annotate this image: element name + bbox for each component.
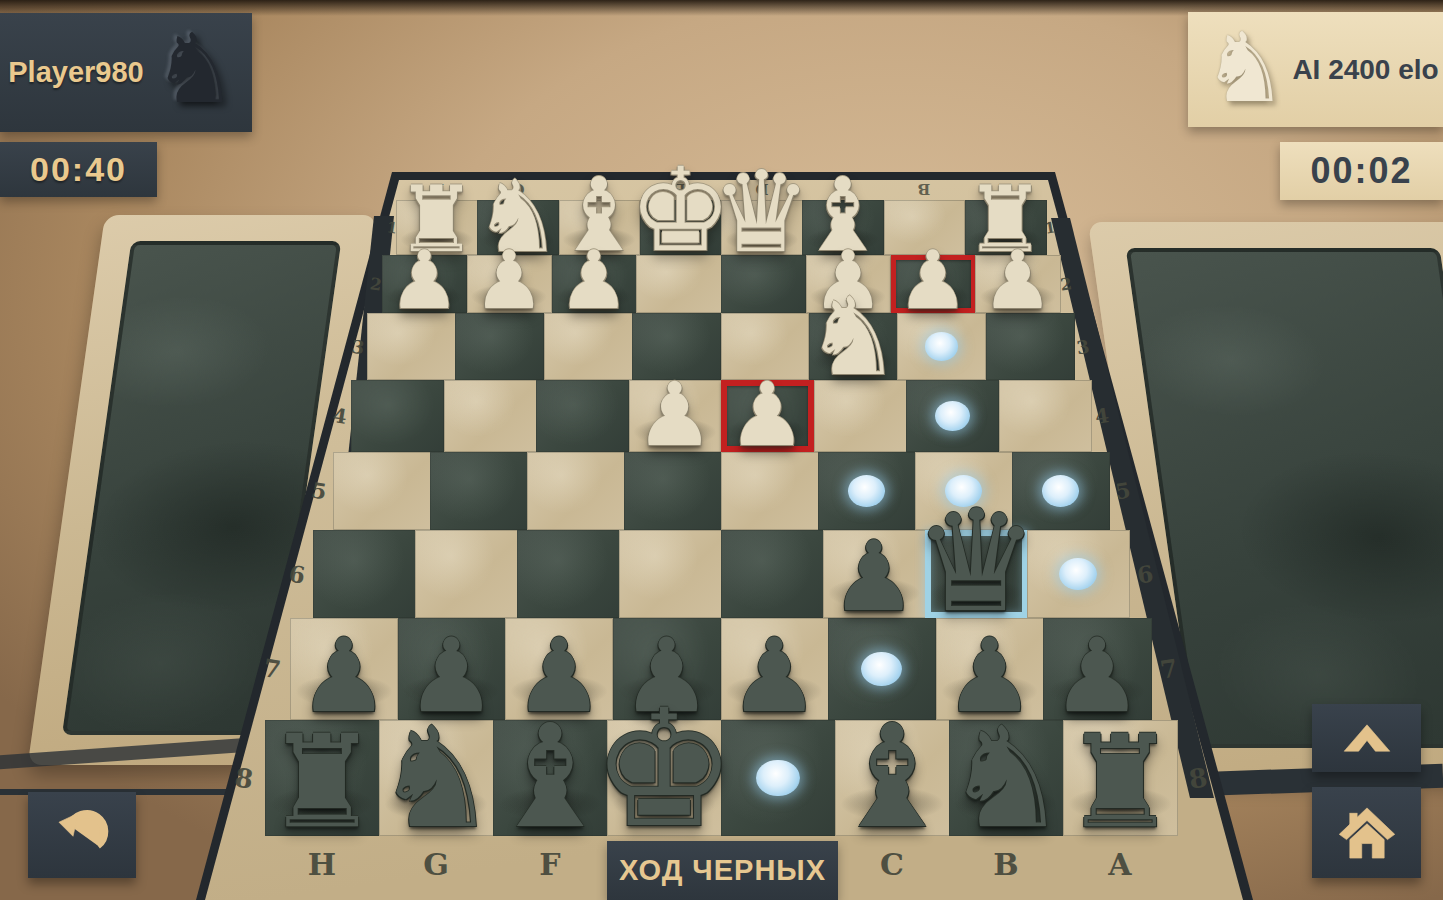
white-pawn-d4[interactable]: ♟ xyxy=(728,372,807,460)
rank-label-right-2: 2 xyxy=(1059,273,1074,295)
square-h5[interactable] xyxy=(333,452,431,530)
rank-label-left-6: 6 xyxy=(287,559,307,588)
rank-label-left-3: 3 xyxy=(350,335,366,358)
legal-move-dot-b4[interactable] xyxy=(935,401,970,431)
rank-label-left-2: 2 xyxy=(368,273,383,295)
undo-button[interactable] xyxy=(28,792,136,878)
rank-label-right-8: 8 xyxy=(1186,761,1209,794)
rank-label-right-6: 6 xyxy=(1135,559,1155,588)
square-g5[interactable] xyxy=(430,452,528,530)
black-knight-icon: ♞ xyxy=(152,21,238,117)
square-f4[interactable] xyxy=(536,380,629,452)
file-label-top-B: B xyxy=(918,180,931,198)
legal-move-dot-a6[interactable] xyxy=(1059,558,1098,591)
player-white-name: AI 2400 elo xyxy=(1288,54,1443,86)
white-pawn-a2[interactable]: ♟ xyxy=(982,240,1054,321)
square-f6[interactable] xyxy=(517,530,620,618)
player-white-panel: ♞ AI 2400 elo xyxy=(1188,12,1443,127)
legal-move-dot-c7[interactable] xyxy=(861,652,902,687)
rank-label-left-7: 7 xyxy=(261,653,282,684)
turn-indicator: ХОД ЧЕРНЫХ xyxy=(607,841,838,900)
black-bishop-c8[interactable]: ♝ xyxy=(828,706,956,849)
game-scene: ♜♞♝♚♛♝♜♟♟♟♟♟♟♞♟♟♟♛♟♟♟♟♟♟♟♜♞♝♚♝♞♜11223344… xyxy=(0,0,1443,900)
rank-label-left-8: 8 xyxy=(233,761,256,794)
square-h6[interactable] xyxy=(313,530,416,618)
square-a4[interactable] xyxy=(999,380,1092,452)
rank-label-right-7: 7 xyxy=(1159,653,1180,684)
black-king-e8[interactable]: ♚ xyxy=(591,689,736,851)
black-pawn-d7[interactable]: ♟ xyxy=(728,625,820,727)
black-knight-g8[interactable]: ♞ xyxy=(374,709,499,848)
rank-label-left-5: 5 xyxy=(310,477,329,504)
legal-move-dot-b3[interactable] xyxy=(925,332,959,361)
chevron-up-icon xyxy=(1337,716,1397,760)
white-pawn-f2[interactable]: ♟ xyxy=(558,240,630,321)
square-h4[interactable] xyxy=(351,380,444,452)
white-knight-icon: ♞ xyxy=(1202,20,1288,116)
square-f5[interactable] xyxy=(527,452,625,530)
undo-arrow-icon xyxy=(50,803,114,867)
player-white-clock: 00:02 xyxy=(1280,142,1443,200)
player-black-clock: 00:40 xyxy=(0,142,157,197)
player-black-name: Player980 xyxy=(0,56,152,89)
square-e6[interactable] xyxy=(619,530,722,618)
white-pawn-b2[interactable]: ♟ xyxy=(897,240,969,321)
white-pawn-e4[interactable]: ♟ xyxy=(635,372,714,460)
white-pawn-g2[interactable]: ♟ xyxy=(473,240,545,321)
white-pawn-h2[interactable]: ♟ xyxy=(388,240,460,321)
square-b4[interactable] xyxy=(906,380,999,452)
chess-board: ♜♞♝♚♛♝♜♟♟♟♟♟♟♞♟♟♟♛♟♟♟♟♟♟♟♜♞♝♚♝♞♜11223344… xyxy=(0,0,1443,900)
collapse-button[interactable] xyxy=(1312,704,1421,772)
square-d8[interactable] xyxy=(721,720,836,836)
square-d6[interactable] xyxy=(721,530,824,618)
square-g4[interactable] xyxy=(444,380,537,452)
rank-label-left-4: 4 xyxy=(331,403,348,429)
black-rook-a8[interactable]: ♜ xyxy=(1063,718,1177,846)
white-knight-c3[interactable]: ♞ xyxy=(805,283,902,391)
black-knight-b8[interactable]: ♞ xyxy=(944,709,1069,848)
black-rook-h8[interactable]: ♜ xyxy=(265,718,379,846)
square-g6[interactable] xyxy=(415,530,518,618)
rank-label-right-3: 3 xyxy=(1075,335,1091,358)
rank-label-right-5: 5 xyxy=(1113,477,1132,504)
home-icon xyxy=(1334,800,1400,866)
rank-label-right-4: 4 xyxy=(1094,403,1111,429)
black-queen-b6[interactable]: ♛ xyxy=(913,491,1039,632)
legal-move-dot-d8[interactable] xyxy=(756,760,799,797)
legal-move-dot-c5[interactable] xyxy=(848,475,885,506)
square-c5[interactable] xyxy=(818,452,916,530)
square-a6[interactable] xyxy=(1027,530,1130,618)
home-button[interactable] xyxy=(1312,787,1421,878)
player-black-panel: Player980 ♞ xyxy=(0,13,252,132)
legal-move-dot-a5[interactable] xyxy=(1042,475,1079,506)
black-pawn-c6[interactable]: ♟ xyxy=(831,529,918,626)
